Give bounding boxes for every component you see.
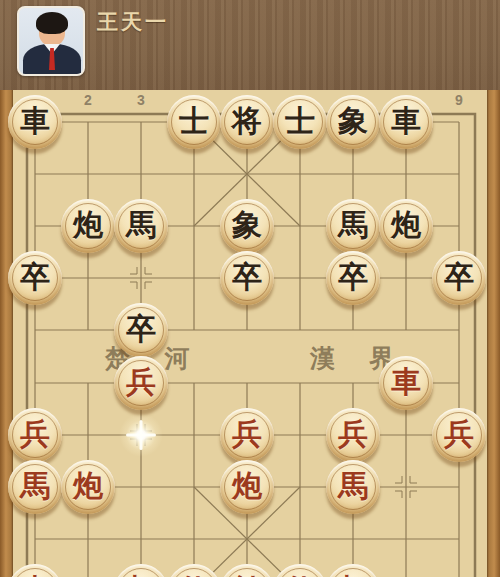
piece-red-cannon[interactable]: 炮	[61, 460, 115, 514]
piece-character: 卒	[232, 262, 262, 292]
piece-black-cannon[interactable]: 炮	[61, 199, 115, 253]
piece-character: 炮	[232, 471, 262, 501]
xiangqi-app: 王天一 楚 河 漢 界 239車士将士象車炮馬象馬炮卒卒卒卒卒兵車兵兵兵兵馬炮炮…	[0, 0, 500, 577]
board-edge-right	[487, 90, 500, 577]
piece-character: 炮	[73, 471, 103, 501]
piece-character: 象	[338, 106, 368, 136]
player-name: 王天一	[97, 8, 169, 36]
piece-black-advisor[interactable]: 士	[167, 95, 221, 149]
piece-character: 馬	[20, 471, 50, 501]
piece-character: 炮	[73, 210, 103, 240]
piece-black-elephant[interactable]: 象	[326, 95, 380, 149]
piece-character: 将	[232, 106, 262, 136]
piece-character: 車	[391, 367, 421, 397]
piece-character: 炮	[391, 210, 421, 240]
piece-red-soldier[interactable]: 兵	[114, 356, 168, 410]
piece-black-chariot[interactable]: 車	[8, 95, 62, 149]
column-label-9: 9	[449, 92, 469, 108]
piece-character: 馬	[338, 210, 368, 240]
piece-character: 兵	[20, 419, 50, 449]
piece-character: 兵	[338, 419, 368, 449]
piece-black-chariot[interactable]: 車	[379, 95, 433, 149]
piece-character: 卒	[126, 314, 156, 344]
piece-character: 卒	[20, 262, 50, 292]
piece-character: 士	[179, 106, 209, 136]
piece-red-soldier[interactable]: 兵	[220, 408, 274, 462]
piece-black-general[interactable]: 将	[220, 95, 274, 149]
piece-red-horse[interactable]: 馬	[8, 460, 62, 514]
player-avatar	[17, 6, 85, 76]
piece-character: 卒	[338, 262, 368, 292]
player-header: 王天一	[0, 0, 500, 90]
piece-character: 車	[20, 106, 50, 136]
piece-black-horse[interactable]: 馬	[114, 199, 168, 253]
piece-character: 象	[232, 210, 262, 240]
column-label-3: 3	[131, 92, 151, 108]
piece-character: 兵	[232, 419, 262, 449]
piece-red-soldier[interactable]: 兵	[326, 408, 380, 462]
piece-character: 馬	[126, 210, 156, 240]
piece-red-soldier[interactable]: 兵	[432, 408, 486, 462]
piece-character: 馬	[338, 471, 368, 501]
piece-red-chariot[interactable]: 車	[379, 356, 433, 410]
piece-black-elephant[interactable]: 象	[220, 199, 274, 253]
piece-red-cannon[interactable]: 炮	[220, 460, 274, 514]
piece-character: 兵	[126, 367, 156, 397]
piece-black-soldier[interactable]: 卒	[432, 251, 486, 305]
piece-black-soldier[interactable]: 卒	[326, 251, 380, 305]
piece-black-soldier[interactable]: 卒	[220, 251, 274, 305]
piece-black-soldier[interactable]: 卒	[8, 251, 62, 305]
piece-black-soldier[interactable]: 卒	[114, 303, 168, 357]
piece-black-cannon[interactable]: 炮	[379, 199, 433, 253]
piece-black-advisor[interactable]: 士	[273, 95, 327, 149]
piece-character: 兵	[444, 419, 474, 449]
piece-character: 卒	[444, 262, 474, 292]
piece-character: 車	[391, 106, 421, 136]
piece-black-horse[interactable]: 馬	[326, 199, 380, 253]
column-label-2: 2	[78, 92, 98, 108]
piece-red-horse[interactable]: 馬	[326, 460, 380, 514]
piece-red-soldier[interactable]: 兵	[8, 408, 62, 462]
board-edge-left	[0, 90, 13, 577]
avatar-hair	[36, 12, 68, 34]
piece-character: 士	[285, 106, 315, 136]
xiangqi-board[interactable]: 楚 河 漢 界 239車士将士象車炮馬象馬炮卒卒卒卒卒兵車兵兵兵兵馬炮炮馬車相仕…	[0, 90, 500, 577]
